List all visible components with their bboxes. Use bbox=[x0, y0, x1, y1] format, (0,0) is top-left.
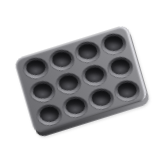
cup-cavity-r3c3 bbox=[91, 91, 111, 106]
muffin-cup-r2c2 bbox=[56, 73, 81, 94]
cup-cavity-r1c2 bbox=[52, 52, 72, 67]
muffin-cup-r3c2 bbox=[63, 97, 88, 118]
cup-cavity-r1c3 bbox=[78, 44, 98, 59]
product-photo bbox=[0, 0, 160, 160]
muffin-cup-grid bbox=[14, 25, 148, 134]
cup-cavity-r3c1 bbox=[39, 107, 59, 122]
muffin-cup-r3c3 bbox=[89, 89, 114, 110]
pan-top-face bbox=[14, 25, 148, 134]
muffin-cup-r2c1 bbox=[30, 81, 55, 102]
cup-cavity-r2c2 bbox=[59, 75, 79, 90]
muffin-cup-r1c1 bbox=[23, 58, 48, 79]
cup-cavity-r3c2 bbox=[65, 99, 85, 114]
muffin-cup-r1c4 bbox=[101, 34, 126, 55]
cup-cavity-r1c4 bbox=[104, 36, 124, 51]
muffin-cup-r2c3 bbox=[82, 65, 107, 86]
muffin-cup-r1c2 bbox=[49, 50, 74, 71]
muffin-pan bbox=[14, 25, 148, 134]
cup-cavity-r2c1 bbox=[33, 83, 53, 98]
cup-cavity-r1c1 bbox=[26, 60, 46, 75]
muffin-cup-r3c4 bbox=[115, 81, 140, 102]
cup-cavity-r2c4 bbox=[110, 59, 130, 74]
muffin-cup-r2c4 bbox=[108, 57, 133, 78]
muffin-cup-r1c3 bbox=[75, 42, 100, 63]
muffin-cup-r3c1 bbox=[37, 105, 62, 126]
cup-cavity-r3c4 bbox=[117, 83, 137, 98]
cup-cavity-r2c3 bbox=[84, 67, 104, 82]
